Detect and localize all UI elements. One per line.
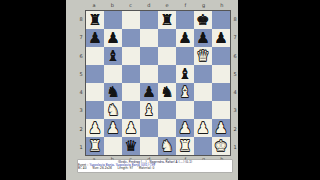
black-pawn-b7: ♟ (106, 29, 119, 47)
white-knight-b3: ♞ (106, 101, 119, 119)
square-d7 (140, 29, 158, 47)
rank-label-3: 3 (78, 101, 84, 119)
square-h5 (212, 65, 230, 83)
black-rook-e8: ♜ (160, 11, 173, 29)
square-f7: ♟ (176, 29, 194, 47)
rank-label-8: 8 (78, 10, 84, 28)
stats-line: BC 40Size: 26.2x26Length: 97Material: 0 (78, 166, 232, 169)
square-f3 (176, 101, 194, 119)
square-h8 (212, 11, 230, 29)
square-f5: ♝ (176, 65, 194, 83)
black-king-g8: ♚ (196, 11, 209, 29)
square-b6: ♝ (104, 47, 122, 65)
square-a7: ♟ (86, 29, 104, 47)
black-pawn-d4: ♟ (142, 83, 155, 101)
letterbox-left (0, 0, 66, 180)
square-e2 (158, 119, 176, 137)
white-pawn-b2: ♟ (106, 119, 119, 137)
square-e6 (158, 47, 176, 65)
white-bishop-d3: ♝ (142, 101, 155, 119)
rank-label-7: 7 (232, 28, 238, 46)
square-f1: ♜ (176, 137, 194, 155)
square-g4 (194, 83, 212, 101)
square-b3: ♞ (104, 101, 122, 119)
stat-3: Material: 0 (139, 166, 154, 169)
square-c5 (122, 65, 140, 83)
square-a5 (86, 65, 104, 83)
diagram-panel: abcdefgh 87654321 87654321 ♜♜♚♟♟♟♟♟♝♛♝♞♟… (66, 0, 238, 180)
square-d8 (140, 11, 158, 29)
square-e1: ♞ (158, 137, 176, 155)
black-knight-e4: ♞ (160, 83, 173, 101)
square-e3 (158, 101, 176, 119)
square-e4: ♞ (158, 83, 176, 101)
white-knight-e1: ♞ (160, 137, 173, 155)
rank-label-6: 6 (78, 47, 84, 65)
file-label-h: h (213, 2, 231, 9)
white-king-h1: ♚ (214, 137, 227, 155)
white-rook-a1: ♜ (88, 137, 101, 155)
square-h6 (212, 47, 230, 65)
square-b4: ♞ (104, 83, 122, 101)
square-a6 (86, 47, 104, 65)
black-bishop-b6: ♝ (106, 47, 119, 65)
rank-labels-left: 87654321 (78, 10, 84, 156)
black-bishop-f5: ♝ (178, 65, 191, 83)
white-pawn-a2: ♟ (88, 119, 101, 137)
stat-1: Size: 26.2x26 (92, 166, 112, 169)
square-e7 (158, 29, 176, 47)
white-pawn-f2: ♟ (178, 119, 191, 137)
square-c2: ♟ (122, 119, 140, 137)
white-queen-g6: ♛ (196, 47, 209, 65)
rank-label-5: 5 (78, 65, 84, 83)
square-h1: ♚ (212, 137, 230, 155)
rank-label-5: 5 (232, 65, 238, 83)
video-frame: abcdefgh 87654321 87654321 ♜♜♚♟♟♟♟♟♝♛♝♞♟… (0, 0, 320, 180)
chess-board: ♜♜♚♟♟♟♟♟♝♛♝♞♟♞♝♞♝♟♟♟♟♟♟♜♛♞♜♚ (85, 10, 231, 156)
rank-label-3: 3 (232, 101, 238, 119)
rank-label-2: 2 (78, 120, 84, 138)
square-a8: ♜ (86, 11, 104, 29)
square-g2: ♟ (194, 119, 212, 137)
square-f6 (176, 47, 194, 65)
white-pawn-h2: ♟ (214, 119, 227, 137)
black-pawn-g7: ♟ (196, 29, 209, 47)
square-f4: ♝ (176, 83, 194, 101)
square-a4 (86, 83, 104, 101)
rank-label-1: 1 (232, 138, 238, 156)
square-b1 (104, 137, 122, 155)
white-pawn-c2: ♟ (124, 119, 137, 137)
square-d6 (140, 47, 158, 65)
black-queen-c1: ♛ (124, 137, 137, 155)
square-h4 (212, 83, 230, 101)
square-g8: ♚ (194, 11, 212, 29)
square-c4 (122, 83, 140, 101)
square-a1: ♜ (86, 137, 104, 155)
square-d2 (140, 119, 158, 137)
square-h3 (212, 101, 230, 119)
rank-labels-right: 87654321 (232, 10, 238, 156)
square-b5 (104, 65, 122, 83)
black-rook-a8: ♜ (88, 11, 101, 29)
square-f2: ♟ (176, 119, 194, 137)
square-g1 (194, 137, 212, 155)
black-pawn-f7: ♟ (178, 29, 191, 47)
rank-label-4: 4 (232, 83, 238, 101)
square-c3 (122, 101, 140, 119)
square-h2: ♟ (212, 119, 230, 137)
file-label-f: f (176, 2, 194, 9)
square-f8 (176, 11, 194, 29)
rank-label-2: 2 (232, 120, 238, 138)
square-e5 (158, 65, 176, 83)
file-label-a: a (85, 2, 103, 9)
square-a2: ♟ (86, 119, 104, 137)
square-g7: ♟ (194, 29, 212, 47)
square-c7 (122, 29, 140, 47)
white-pawn-g2: ♟ (196, 119, 209, 137)
square-g3 (194, 101, 212, 119)
square-c1: ♛ (122, 137, 140, 155)
square-c8 (122, 11, 140, 29)
stat-2: Length: 97 (118, 166, 133, 169)
black-pawn-a7: ♟ (88, 29, 101, 47)
rank-label-6: 6 (232, 47, 238, 65)
square-d1 (140, 137, 158, 155)
stat-0: BC 40 (78, 166, 87, 169)
black-pawn-h7: ♟ (214, 29, 227, 47)
file-label-d: d (140, 2, 158, 9)
rank-label-7: 7 (78, 28, 84, 46)
file-label-b: b (103, 2, 121, 9)
file-label-c: c (122, 2, 140, 9)
file-labels-top: abcdefgh (85, 2, 231, 9)
square-d3: ♝ (140, 101, 158, 119)
caption-text: Gledic, Predrag (....) - Nagendra, Rafae… (78, 160, 232, 170)
file-label-g: g (195, 2, 213, 9)
square-h7: ♟ (212, 29, 230, 47)
square-b7: ♟ (104, 29, 122, 47)
square-d5 (140, 65, 158, 83)
square-a3 (86, 101, 104, 119)
rank-label-8: 8 (232, 10, 238, 28)
square-b8 (104, 11, 122, 29)
square-c6 (122, 47, 140, 65)
black-knight-b4: ♞ (106, 83, 119, 101)
square-g5 (194, 65, 212, 83)
square-b2: ♟ (104, 119, 122, 137)
rank-label-1: 1 (78, 138, 84, 156)
letterbox-right (238, 0, 320, 180)
square-d4: ♟ (140, 83, 158, 101)
white-rook-f1: ♜ (178, 137, 191, 155)
file-label-e: e (158, 2, 176, 9)
square-g6: ♛ (194, 47, 212, 65)
white-bishop-f4: ♝ (178, 83, 191, 101)
game-info-caption: Gledic, Predrag (....) - Nagendra, Rafae… (78, 160, 232, 172)
rank-label-4: 4 (78, 83, 84, 101)
square-e8: ♜ (158, 11, 176, 29)
